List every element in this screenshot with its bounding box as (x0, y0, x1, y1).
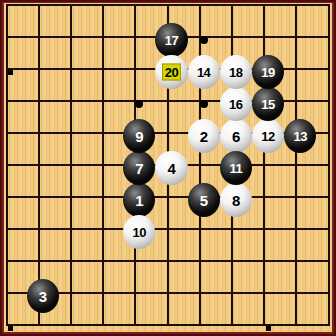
move-number: 18 (229, 65, 242, 78)
board-marker-cell (0, 312, 27, 336)
move-number: 3 (39, 288, 47, 303)
marker-dot (135, 100, 143, 108)
black-stone-13[interactable]: 13 (284, 119, 316, 153)
go-stone-cell[interactable]: 9 (123, 120, 155, 152)
move-number: 11 (229, 161, 242, 174)
go-stone-cell[interactable]: 3 (27, 280, 59, 312)
white-stone-4[interactable]: 4 (155, 151, 187, 185)
white-stone-18[interactable]: 18 (220, 55, 252, 89)
go-stone-cell[interactable]: 20 (155, 56, 187, 88)
go-board[interactable]: 1234567891011121314151617181920 (4, 3, 332, 332)
move-number: 5 (200, 192, 208, 207)
white-stone-12[interactable]: 12 (252, 119, 284, 153)
marker-dot (266, 326, 271, 331)
go-stone-cell[interactable]: 13 (284, 120, 316, 152)
marker-dot (200, 100, 208, 108)
white-stone-10[interactable]: 10 (123, 215, 155, 249)
move-number: 7 (135, 160, 143, 175)
black-stone-7[interactable]: 7 (123, 151, 155, 185)
last-move-number-badge: 20 (162, 63, 181, 80)
go-stone-cell[interactable]: 12 (252, 120, 284, 152)
black-stone-5[interactable]: 5 (188, 183, 220, 217)
board-marker-cell (188, 88, 220, 120)
black-stone-11[interactable]: 11 (220, 151, 252, 185)
move-number: 10 (133, 225, 146, 238)
black-stone-9[interactable]: 9 (123, 119, 155, 153)
go-stone-cell[interactable]: 11 (220, 152, 252, 184)
white-stone-20[interactable]: 20 (155, 55, 187, 89)
black-stone-17[interactable]: 17 (155, 23, 187, 57)
white-stone-14[interactable]: 14 (188, 55, 220, 89)
go-stone-cell[interactable]: 16 (220, 88, 252, 120)
move-number: 8 (232, 192, 240, 207)
go-diagram-frame: 1234567891011121314151617181920 (0, 0, 336, 336)
move-number: 6 (232, 128, 240, 143)
black-stone-1[interactable]: 1 (123, 183, 155, 217)
go-stone-cell[interactable]: 1 (123, 184, 155, 216)
black-stone-15[interactable]: 15 (252, 87, 284, 121)
go-stone-cell[interactable]: 6 (220, 120, 252, 152)
go-stone-cell[interactable]: 7 (123, 152, 155, 184)
move-number: 14 (197, 65, 210, 78)
board-marker-cell (123, 88, 155, 120)
go-stone-cell[interactable]: 14 (188, 56, 220, 88)
go-stone-cell[interactable]: 18 (220, 56, 252, 88)
move-number: 17 (165, 33, 178, 46)
move-number: 9 (135, 128, 143, 143)
move-number: 19 (261, 65, 274, 78)
go-stone-cell[interactable]: 19 (252, 56, 284, 88)
white-stone-16[interactable]: 16 (220, 87, 252, 121)
black-stone-3[interactable]: 3 (27, 279, 59, 313)
go-stone-cell[interactable]: 4 (155, 152, 187, 184)
go-stone-cell[interactable]: 17 (155, 24, 187, 56)
board-marker-cell (252, 312, 284, 336)
move-number: 2 (200, 128, 208, 143)
board-marker-cell (188, 24, 220, 56)
move-number: 1 (135, 192, 143, 207)
board-marker-cell (0, 56, 27, 88)
black-stone-19[interactable]: 19 (252, 55, 284, 89)
intersection-grid[interactable]: 1234567891011121314151617181920 (0, 0, 336, 336)
move-number: 15 (261, 97, 274, 110)
go-stone-cell[interactable]: 2 (188, 120, 220, 152)
white-stone-2[interactable]: 2 (188, 119, 220, 153)
marker-dot (200, 36, 208, 44)
go-stone-cell[interactable]: 15 (252, 88, 284, 120)
move-number: 16 (229, 97, 242, 110)
move-number: 12 (261, 129, 274, 142)
go-stone-cell[interactable]: 8 (220, 184, 252, 216)
move-number: 13 (293, 129, 306, 142)
marker-dot (8, 326, 13, 331)
marker-dot (8, 70, 13, 75)
white-stone-8[interactable]: 8 (220, 183, 252, 217)
go-stone-cell[interactable]: 10 (123, 216, 155, 248)
go-stone-cell[interactable]: 5 (188, 184, 220, 216)
move-number: 4 (168, 160, 176, 175)
white-stone-6[interactable]: 6 (220, 119, 252, 153)
